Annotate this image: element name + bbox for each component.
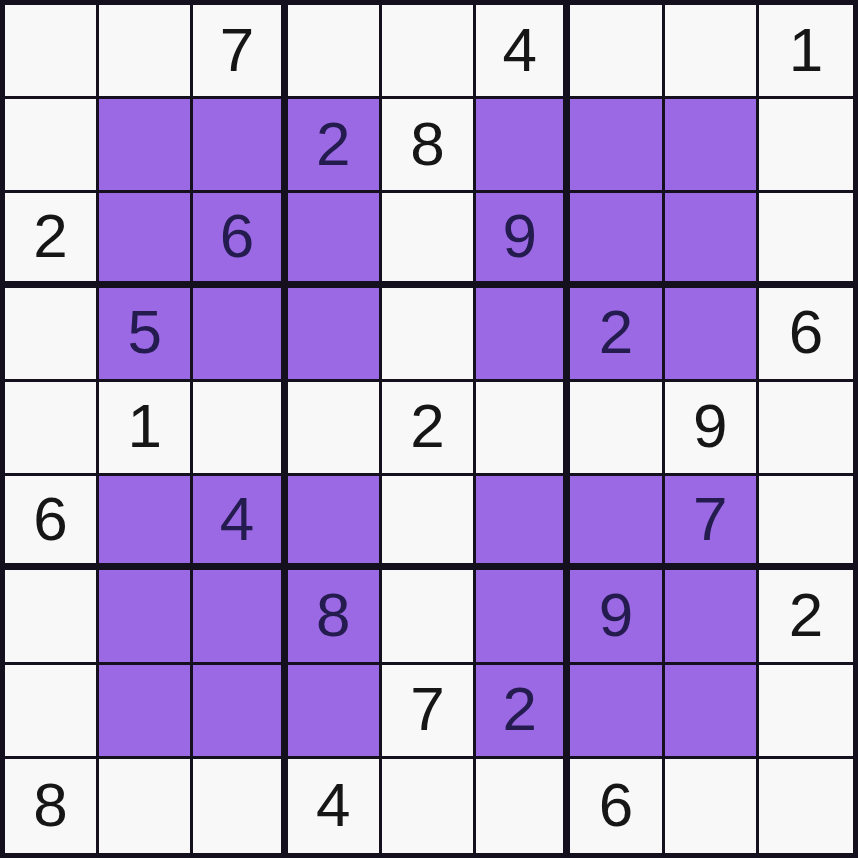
cell-r1c3[interactable]: 7 bbox=[193, 5, 287, 99]
cell-r3c9[interactable] bbox=[759, 193, 853, 287]
cell-r3c8[interactable] bbox=[665, 193, 759, 287]
cell-r9c6[interactable] bbox=[476, 759, 570, 853]
cell-r6c3[interactable]: 4 bbox=[193, 476, 287, 570]
cell-r1c6[interactable]: 4 bbox=[476, 5, 570, 99]
cell-r3c2[interactable] bbox=[99, 193, 193, 287]
cell-r2c7[interactable] bbox=[570, 99, 664, 193]
given-digit: 6 bbox=[33, 488, 67, 550]
cell-r4c2[interactable]: 5 bbox=[99, 288, 193, 382]
given-digit: 7 bbox=[410, 678, 444, 740]
cell-r9c8[interactable] bbox=[665, 759, 759, 853]
cell-r9c7[interactable]: 6 bbox=[570, 759, 664, 853]
cell-r1c7[interactable] bbox=[570, 5, 664, 99]
cell-r8c9[interactable] bbox=[759, 665, 853, 759]
cell-r2c4[interactable]: 2 bbox=[288, 99, 382, 193]
cell-r5c9[interactable] bbox=[759, 382, 853, 476]
cell-r6c9[interactable] bbox=[759, 476, 853, 570]
cell-r6c8[interactable]: 7 bbox=[665, 476, 759, 570]
cell-r8c3[interactable] bbox=[193, 665, 287, 759]
cell-r5c3[interactable] bbox=[193, 382, 287, 476]
cell-r1c2[interactable] bbox=[99, 5, 193, 99]
cell-r4c9[interactable]: 6 bbox=[759, 288, 853, 382]
cell-r4c4[interactable] bbox=[288, 288, 382, 382]
cell-r2c5[interactable]: 8 bbox=[382, 99, 476, 193]
cell-r6c4[interactable] bbox=[288, 476, 382, 570]
cell-r4c6[interactable] bbox=[476, 288, 570, 382]
cell-r7c2[interactable] bbox=[99, 570, 193, 664]
cell-r4c7[interactable]: 2 bbox=[570, 288, 664, 382]
cell-r9c5[interactable] bbox=[382, 759, 476, 853]
given-digit: 2 bbox=[789, 584, 823, 646]
given-digit: 2 bbox=[410, 395, 444, 457]
cell-r8c1[interactable] bbox=[5, 665, 99, 759]
cell-r2c6[interactable] bbox=[476, 99, 570, 193]
given-digit: 8 bbox=[410, 113, 444, 175]
cell-r7c7[interactable]: 9 bbox=[570, 570, 664, 664]
given-digit: 7 bbox=[220, 19, 254, 81]
cell-r6c1[interactable]: 6 bbox=[5, 476, 99, 570]
cell-r9c4[interactable]: 4 bbox=[288, 759, 382, 853]
sudoku-board: 7412826952612964789272846 bbox=[0, 0, 858, 858]
cell-r5c2[interactable]: 1 bbox=[99, 382, 193, 476]
given-digit: 4 bbox=[316, 774, 350, 836]
cell-r7c9[interactable]: 2 bbox=[759, 570, 853, 664]
cell-r9c3[interactable] bbox=[193, 759, 287, 853]
cell-r7c3[interactable] bbox=[193, 570, 287, 664]
given-digit: 4 bbox=[220, 488, 254, 550]
given-digit: 6 bbox=[599, 774, 633, 836]
cell-r4c5[interactable] bbox=[382, 288, 476, 382]
cell-r1c9[interactable]: 1 bbox=[759, 5, 853, 99]
cell-r4c1[interactable] bbox=[5, 288, 99, 382]
cell-r2c3[interactable] bbox=[193, 99, 287, 193]
cell-r2c8[interactable] bbox=[665, 99, 759, 193]
cell-r3c5[interactable] bbox=[382, 193, 476, 287]
cell-r7c8[interactable] bbox=[665, 570, 759, 664]
cell-r1c1[interactable] bbox=[5, 5, 99, 99]
cell-r3c1[interactable]: 2 bbox=[5, 193, 99, 287]
given-digit: 2 bbox=[33, 205, 67, 267]
cell-r5c5[interactable]: 2 bbox=[382, 382, 476, 476]
cell-r3c6[interactable]: 9 bbox=[476, 193, 570, 287]
cell-r9c1[interactable]: 8 bbox=[5, 759, 99, 853]
given-digit: 1 bbox=[789, 19, 823, 81]
given-digit: 5 bbox=[128, 301, 162, 363]
cell-r9c2[interactable] bbox=[99, 759, 193, 853]
cell-r7c4[interactable]: 8 bbox=[288, 570, 382, 664]
cell-r2c1[interactable] bbox=[5, 99, 99, 193]
cell-r8c8[interactable] bbox=[665, 665, 759, 759]
given-digit: 7 bbox=[693, 488, 727, 550]
cell-r4c3[interactable] bbox=[193, 288, 287, 382]
given-digit: 6 bbox=[220, 205, 254, 267]
cell-r7c1[interactable] bbox=[5, 570, 99, 664]
cell-r1c4[interactable] bbox=[288, 5, 382, 99]
given-digit: 9 bbox=[502, 205, 536, 267]
cell-r6c2[interactable] bbox=[99, 476, 193, 570]
cell-r3c3[interactable]: 6 bbox=[193, 193, 287, 287]
cell-r9c9[interactable] bbox=[759, 759, 853, 853]
cell-r8c2[interactable] bbox=[99, 665, 193, 759]
cell-r6c6[interactable] bbox=[476, 476, 570, 570]
cell-r3c4[interactable] bbox=[288, 193, 382, 287]
cell-r4c8[interactable] bbox=[665, 288, 759, 382]
given-digit: 4 bbox=[502, 19, 536, 81]
cell-r5c4[interactable] bbox=[288, 382, 382, 476]
given-digit: 2 bbox=[316, 113, 350, 175]
cell-r2c9[interactable] bbox=[759, 99, 853, 193]
cell-r1c8[interactable] bbox=[665, 5, 759, 99]
cell-r7c6[interactable] bbox=[476, 570, 570, 664]
cell-r1c5[interactable] bbox=[382, 5, 476, 99]
cell-r8c7[interactable] bbox=[570, 665, 664, 759]
given-digit: 8 bbox=[316, 584, 350, 646]
cell-r5c1[interactable] bbox=[5, 382, 99, 476]
cell-r5c7[interactable] bbox=[570, 382, 664, 476]
given-digit: 6 bbox=[789, 301, 823, 363]
cell-r6c5[interactable] bbox=[382, 476, 476, 570]
given-digit: 2 bbox=[502, 678, 536, 740]
cell-r2c2[interactable] bbox=[99, 99, 193, 193]
cell-r3c7[interactable] bbox=[570, 193, 664, 287]
given-digit: 1 bbox=[128, 395, 162, 457]
cell-r8c5[interactable]: 7 bbox=[382, 665, 476, 759]
given-digit: 8 bbox=[33, 774, 67, 836]
given-digit: 2 bbox=[599, 301, 633, 363]
cell-r6c7[interactable] bbox=[570, 476, 664, 570]
cell-r7c5[interactable] bbox=[382, 570, 476, 664]
cell-r5c6[interactable] bbox=[476, 382, 570, 476]
cell-r8c6[interactable]: 2 bbox=[476, 665, 570, 759]
cell-r5c8[interactable]: 9 bbox=[665, 382, 759, 476]
cell-r8c4[interactable] bbox=[288, 665, 382, 759]
given-digit: 9 bbox=[599, 584, 633, 646]
given-digit: 9 bbox=[693, 395, 727, 457]
